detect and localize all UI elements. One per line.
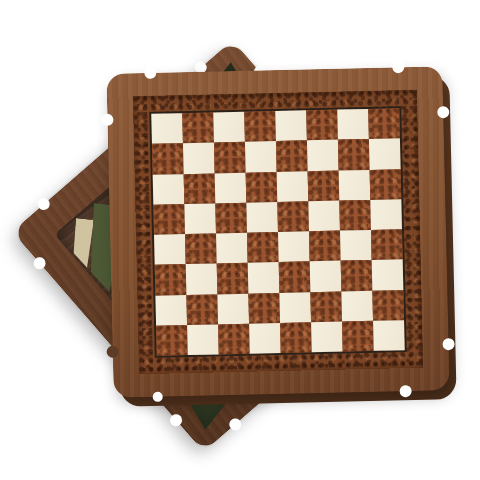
square-b3 <box>186 264 218 295</box>
square-d6 <box>246 172 278 203</box>
edge-notch <box>144 67 156 79</box>
square-c5 <box>215 202 247 233</box>
square-c7 <box>214 142 246 173</box>
square-h6 <box>370 169 402 200</box>
square-f1 <box>311 321 343 352</box>
square-h1 <box>373 320 405 351</box>
square-a8 <box>151 113 183 144</box>
square-a6 <box>153 174 185 205</box>
square-f8 <box>306 110 338 141</box>
square-g8 <box>337 109 369 140</box>
square-d5 <box>246 202 278 233</box>
square-d7 <box>245 141 277 172</box>
square-a7 <box>152 143 184 174</box>
square-f5 <box>308 200 340 231</box>
square-h7 <box>369 138 401 169</box>
edge-notch <box>392 61 404 73</box>
square-e8 <box>275 110 307 141</box>
chess-board <box>106 66 449 398</box>
burl-border <box>133 90 423 374</box>
square-a2 <box>155 295 187 326</box>
square-d2 <box>248 292 280 323</box>
edge-notch <box>107 346 119 358</box>
square-c2 <box>217 293 249 324</box>
square-g7 <box>338 139 370 170</box>
chess-grid <box>149 106 407 358</box>
square-c6 <box>215 172 247 203</box>
square-a5 <box>153 204 185 235</box>
square-d4 <box>247 232 279 263</box>
square-b8 <box>182 112 214 143</box>
square-e2 <box>279 292 311 323</box>
square-c1 <box>218 323 250 354</box>
square-d3 <box>248 262 280 293</box>
square-a4 <box>154 234 186 265</box>
square-d8 <box>244 111 276 142</box>
square-c8 <box>213 112 245 143</box>
edge-notch <box>35 196 52 213</box>
square-h3 <box>372 259 404 290</box>
edge-notch <box>227 416 244 433</box>
square-f2 <box>310 291 342 322</box>
square-h2 <box>372 290 404 321</box>
square-e3 <box>279 262 311 293</box>
square-g1 <box>342 321 374 352</box>
square-f3 <box>310 261 342 292</box>
square-b1 <box>187 324 219 355</box>
square-f4 <box>309 231 341 262</box>
square-g3 <box>341 260 373 291</box>
square-b7 <box>183 143 215 174</box>
square-g2 <box>341 290 373 321</box>
square-e7 <box>276 141 308 172</box>
edge-notch <box>168 412 185 429</box>
square-f7 <box>307 140 339 171</box>
square-c3 <box>217 263 249 294</box>
square-a1 <box>156 325 188 356</box>
photo-canvas <box>0 0 480 480</box>
square-d1 <box>249 323 281 354</box>
square-h4 <box>371 229 403 260</box>
edge-notch <box>31 255 48 272</box>
square-h5 <box>370 199 402 230</box>
square-e5 <box>277 201 309 232</box>
square-f6 <box>308 170 340 201</box>
square-g4 <box>340 230 372 261</box>
square-e1 <box>280 322 312 353</box>
square-c4 <box>216 233 248 264</box>
square-b5 <box>184 203 216 234</box>
edge-notch <box>101 114 113 126</box>
square-h8 <box>368 108 400 139</box>
square-b4 <box>185 233 217 264</box>
square-b2 <box>186 294 218 325</box>
square-g5 <box>339 200 371 231</box>
square-g6 <box>339 169 371 200</box>
square-e6 <box>277 171 309 202</box>
square-b6 <box>184 173 216 204</box>
square-a3 <box>155 264 187 295</box>
square-e4 <box>278 231 310 262</box>
